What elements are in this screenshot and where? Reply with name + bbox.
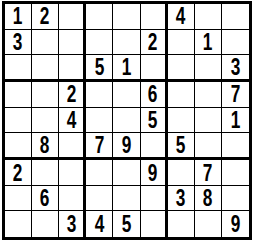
- given-digit: 2: [148, 30, 158, 54]
- given-digit: 4: [66, 108, 76, 132]
- cell-r9c2[interactable]: [32, 211, 59, 237]
- cell-r3c2[interactable]: [32, 55, 59, 82]
- given-digit: 7: [203, 161, 213, 185]
- cell-r1c4[interactable]: [86, 4, 113, 30]
- cell-r2c8[interactable]: 1: [195, 30, 222, 56]
- cell-r3c4[interactable]: 5: [86, 55, 113, 82]
- cell-r5c1[interactable]: [5, 108, 32, 134]
- cell-r5c9[interactable]: 1: [222, 108, 249, 134]
- cell-r4c5[interactable]: [113, 82, 140, 108]
- given-digit: 3: [231, 55, 241, 79]
- cell-r9c4[interactable]: 4: [86, 211, 113, 237]
- cell-r6c2[interactable]: 8: [32, 133, 59, 160]
- cell-r5c7[interactable]: [168, 108, 195, 134]
- cell-r8c5[interactable]: [113, 186, 140, 212]
- given-digit: 2: [66, 82, 76, 106]
- cell-r1c6[interactable]: [141, 4, 168, 30]
- cell-r9c9[interactable]: 9: [222, 211, 249, 237]
- cell-r7c2[interactable]: [32, 160, 59, 186]
- given-digit: 5: [122, 212, 132, 236]
- given-digit: 3: [13, 30, 23, 54]
- given-digit: 5: [148, 108, 158, 132]
- cell-r1c7[interactable]: 4: [168, 4, 195, 30]
- cell-r8c9[interactable]: [222, 186, 249, 212]
- cell-r6c4[interactable]: 7: [86, 133, 113, 160]
- cell-r5c8[interactable]: [195, 108, 222, 134]
- cell-r9c1[interactable]: [5, 211, 32, 237]
- cell-r3c9[interactable]: 3: [222, 55, 249, 82]
- cell-r1c1[interactable]: 1: [5, 4, 32, 30]
- cell-r3c1[interactable]: [5, 55, 32, 82]
- given-digit: 5: [95, 55, 105, 79]
- cell-r1c8[interactable]: [195, 4, 222, 30]
- cell-r7c1[interactable]: 2: [5, 160, 32, 186]
- cell-r9c7[interactable]: [168, 211, 195, 237]
- cell-r5c5[interactable]: [113, 108, 140, 134]
- cell-r4c2[interactable]: [32, 82, 59, 108]
- cell-r7c9[interactable]: [222, 160, 249, 186]
- cell-r7c5[interactable]: [113, 160, 140, 186]
- cell-r8c7[interactable]: 3: [168, 186, 195, 212]
- cell-r7c7[interactable]: [168, 160, 195, 186]
- cell-r9c6[interactable]: [141, 211, 168, 237]
- cell-r4c8[interactable]: [195, 82, 222, 108]
- given-digit: 5: [176, 133, 186, 157]
- given-digit: 2: [13, 161, 23, 185]
- cell-r1c2[interactable]: 2: [32, 4, 59, 30]
- cell-r4c9[interactable]: 7: [222, 82, 249, 108]
- given-digit: 1: [13, 4, 23, 28]
- given-digit: 3: [66, 212, 76, 236]
- given-digit: 1: [203, 30, 213, 54]
- given-digit: 1: [231, 108, 241, 132]
- cell-r8c3[interactable]: [59, 186, 86, 212]
- cell-r2c5[interactable]: [113, 30, 140, 56]
- cell-r8c8[interactable]: 8: [195, 186, 222, 212]
- cell-r1c5[interactable]: [113, 4, 140, 30]
- cell-r9c3[interactable]: 3: [59, 211, 86, 237]
- cell-r6c8[interactable]: [195, 133, 222, 160]
- cell-r9c8[interactable]: [195, 211, 222, 237]
- given-digit: 8: [203, 186, 213, 210]
- given-digit: 9: [122, 133, 132, 157]
- cell-r5c2[interactable]: [32, 108, 59, 134]
- cell-r1c9[interactable]: [222, 4, 249, 30]
- cell-r3c5[interactable]: 1: [113, 55, 140, 82]
- cell-r1c3[interactable]: [59, 4, 86, 30]
- cell-r6c1[interactable]: [5, 133, 32, 160]
- cell-r5c3[interactable]: 4: [59, 108, 86, 134]
- cell-r8c6[interactable]: [141, 186, 168, 212]
- cell-r4c1[interactable]: [5, 82, 32, 108]
- cell-r3c7[interactable]: [168, 55, 195, 82]
- cell-r7c4[interactable]: [86, 160, 113, 186]
- sudoku-puzzle: 12432151326745187952976383459: [0, 0, 254, 242]
- given-digit: 9: [231, 212, 241, 236]
- cell-r6c7[interactable]: 5: [168, 133, 195, 160]
- cell-r7c8[interactable]: 7: [195, 160, 222, 186]
- cell-r8c1[interactable]: [5, 186, 32, 212]
- cell-r4c3[interactable]: 2: [59, 82, 86, 108]
- given-digit: 7: [231, 82, 241, 106]
- given-digit: 6: [148, 82, 158, 106]
- given-digit: 3: [176, 186, 186, 210]
- cell-r2c1[interactable]: 3: [5, 30, 32, 56]
- cell-r2c4[interactable]: [86, 30, 113, 56]
- cell-r4c7[interactable]: [168, 82, 195, 108]
- cell-r3c3[interactable]: [59, 55, 86, 82]
- given-digit: 7: [95, 133, 105, 157]
- given-digit: 9: [148, 161, 158, 185]
- cell-r7c6[interactable]: 9: [141, 160, 168, 186]
- cell-r2c9[interactable]: [222, 30, 249, 56]
- given-digit: 4: [176, 4, 186, 28]
- given-digit: 4: [95, 212, 105, 236]
- cell-r9c5[interactable]: 5: [113, 211, 140, 237]
- cell-r8c4[interactable]: [86, 186, 113, 212]
- cell-r2c6[interactable]: 2: [141, 30, 168, 56]
- cell-r2c7[interactable]: [168, 30, 195, 56]
- sudoku-board: 12432151326745187952976383459: [2, 1, 252, 240]
- given-digit: 6: [40, 186, 50, 210]
- cell-r4c6[interactable]: 6: [141, 82, 168, 108]
- cell-r2c3[interactable]: [59, 30, 86, 56]
- cell-r6c3[interactable]: [59, 133, 86, 160]
- cell-r6c9[interactable]: [222, 133, 249, 160]
- cell-r4c4[interactable]: [86, 82, 113, 108]
- cell-r6c6[interactable]: [141, 133, 168, 160]
- cell-r5c4[interactable]: [86, 108, 113, 134]
- cell-r2c2[interactable]: [32, 30, 59, 56]
- cell-r3c6[interactable]: [141, 55, 168, 82]
- given-digit: 2: [40, 4, 50, 28]
- cell-r3c8[interactable]: [195, 55, 222, 82]
- given-digit: 8: [40, 133, 50, 157]
- cell-r8c2[interactable]: 6: [32, 186, 59, 212]
- cell-r5c6[interactable]: 5: [141, 108, 168, 134]
- cell-r6c5[interactable]: 9: [113, 133, 140, 160]
- given-digit: 1: [122, 55, 132, 79]
- cell-r7c3[interactable]: [59, 160, 86, 186]
